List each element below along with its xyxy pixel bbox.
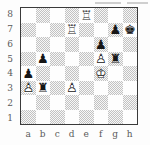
square-a5[interactable]: [21, 52, 36, 67]
square-h3[interactable]: [123, 81, 138, 96]
square-c7[interactable]: [50, 23, 65, 38]
square-e2[interactable]: [79, 95, 94, 110]
square-c1[interactable]: [50, 110, 65, 125]
square-a8[interactable]: [21, 8, 36, 23]
square-h5[interactable]: [123, 52, 138, 67]
square-g4[interactable]: [108, 66, 123, 81]
square-h8[interactable]: [123, 8, 138, 23]
square-f6[interactable]: ♟: [94, 37, 109, 52]
square-b5[interactable]: ♟: [36, 52, 51, 67]
white-rook: ♖: [80, 9, 92, 22]
square-a1[interactable]: [21, 110, 36, 125]
square-d6[interactable]: [65, 37, 80, 52]
square-d4[interactable]: [65, 66, 80, 81]
square-g8[interactable]: [108, 8, 123, 23]
black-pawn: ♟: [109, 23, 121, 36]
chess-diagram-page: 87654321 ♜♖♜♖♟♚♟♟♟♙♜♟♚♔♟♙♜♟♙ abcdefgh: [0, 0, 150, 145]
white-pawn: ♙: [66, 81, 78, 94]
square-f4[interactable]: ♚♔: [94, 66, 109, 81]
square-e3[interactable]: [79, 81, 94, 96]
white-pawn: ♙: [22, 81, 34, 94]
square-d8[interactable]: [65, 8, 80, 23]
square-e1[interactable]: [79, 110, 94, 125]
square-c8[interactable]: [50, 8, 65, 23]
white-rook: ♖: [66, 23, 78, 36]
black-king: ♚: [124, 23, 136, 36]
square-g5[interactable]: ♜: [108, 52, 123, 67]
square-b4[interactable]: [36, 66, 51, 81]
square-h7[interactable]: ♚: [123, 23, 138, 38]
square-h4[interactable]: [123, 66, 138, 81]
square-e5[interactable]: [79, 52, 94, 67]
square-d7[interactable]: ♜♖: [65, 23, 80, 38]
rank-label-7: 7: [0, 22, 17, 37]
square-h1[interactable]: [123, 110, 138, 125]
scan-artifact: [95, 2, 121, 4]
square-d1[interactable]: [65, 110, 80, 125]
square-a3[interactable]: ♟♙: [21, 81, 36, 96]
square-b7[interactable]: [36, 23, 51, 38]
square-f2[interactable]: [94, 95, 109, 110]
square-b1[interactable]: [36, 110, 51, 125]
black-pawn: ♟: [22, 67, 34, 80]
square-d3[interactable]: ♟♙: [65, 81, 80, 96]
square-d5[interactable]: [65, 52, 80, 67]
square-a4[interactable]: ♟: [21, 66, 36, 81]
file-label-h: h: [123, 128, 138, 141]
file-label-e: e: [79, 128, 94, 141]
square-f7[interactable]: [94, 23, 109, 38]
square-h6[interactable]: [123, 37, 138, 52]
square-e7[interactable]: [79, 23, 94, 38]
rank-label-2: 2: [0, 96, 17, 111]
black-rook: ♜: [37, 81, 49, 94]
rank-label-3: 3: [0, 81, 17, 96]
file-label-f: f: [94, 128, 109, 141]
file-label-c: c: [50, 128, 65, 141]
square-a7[interactable]: [21, 23, 36, 38]
square-c6[interactable]: [50, 37, 65, 52]
rank-label-4: 4: [0, 66, 17, 81]
square-b8[interactable]: [36, 8, 51, 23]
chess-board: ♜♖♜♖♟♚♟♟♟♙♜♟♚♔♟♙♜♟♙: [20, 7, 138, 125]
rank-labels: 87654321: [0, 7, 17, 125]
file-label-b: b: [36, 128, 51, 141]
file-label-g: g: [108, 128, 123, 141]
square-c2[interactable]: [50, 95, 65, 110]
square-b2[interactable]: [36, 95, 51, 110]
white-king: ♔: [95, 67, 107, 80]
square-g6[interactable]: [108, 37, 123, 52]
black-pawn: ♟: [37, 52, 49, 65]
square-e4[interactable]: [79, 66, 94, 81]
file-label-a: a: [21, 128, 36, 141]
rank-label-6: 6: [0, 37, 17, 52]
square-f3[interactable]: [94, 81, 109, 96]
square-a6[interactable]: [21, 37, 36, 52]
square-g1[interactable]: [108, 110, 123, 125]
square-d2[interactable]: [65, 95, 80, 110]
square-a2[interactable]: [21, 95, 36, 110]
square-f8[interactable]: [94, 8, 109, 23]
square-h2[interactable]: [123, 95, 138, 110]
black-pawn: ♟: [95, 38, 107, 51]
rank-label-5: 5: [0, 51, 17, 66]
file-labels: abcdefgh: [21, 128, 137, 141]
white-pawn: ♙: [95, 52, 107, 65]
square-g3[interactable]: [108, 81, 123, 96]
square-e6[interactable]: [79, 37, 94, 52]
file-label-d: d: [65, 128, 80, 141]
rank-label-1: 1: [0, 110, 17, 125]
square-c3[interactable]: [50, 81, 65, 96]
square-b6[interactable]: [36, 37, 51, 52]
square-b3[interactable]: ♜: [36, 81, 51, 96]
square-c4[interactable]: [50, 66, 65, 81]
scan-artifact: [127, 2, 148, 4]
square-f5[interactable]: ♟♙: [94, 52, 109, 67]
square-g2[interactable]: [108, 95, 123, 110]
square-c5[interactable]: [50, 52, 65, 67]
square-e8[interactable]: ♜♖: [79, 8, 94, 23]
black-rook: ♜: [109, 52, 121, 65]
square-g7[interactable]: ♟: [108, 23, 123, 38]
square-f1[interactable]: [94, 110, 109, 125]
rank-label-8: 8: [0, 7, 17, 22]
